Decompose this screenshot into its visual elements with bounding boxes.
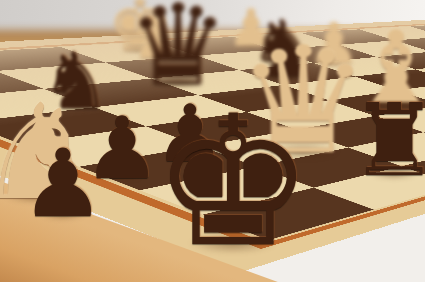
black-rook-f3: ♜ [349,91,425,191]
pieces-layer: ♚♟♟♛♞♟♞♝♛♜♞♟♟♟♚ [0,0,425,282]
chess-photo-scene: ♚♟♟♛♞♟♞♝♛♜♞♟♟♟♚ [0,0,425,282]
black-king-c2: ♚ [152,92,313,272]
black-pawn-a3: ♟ [21,137,105,231]
